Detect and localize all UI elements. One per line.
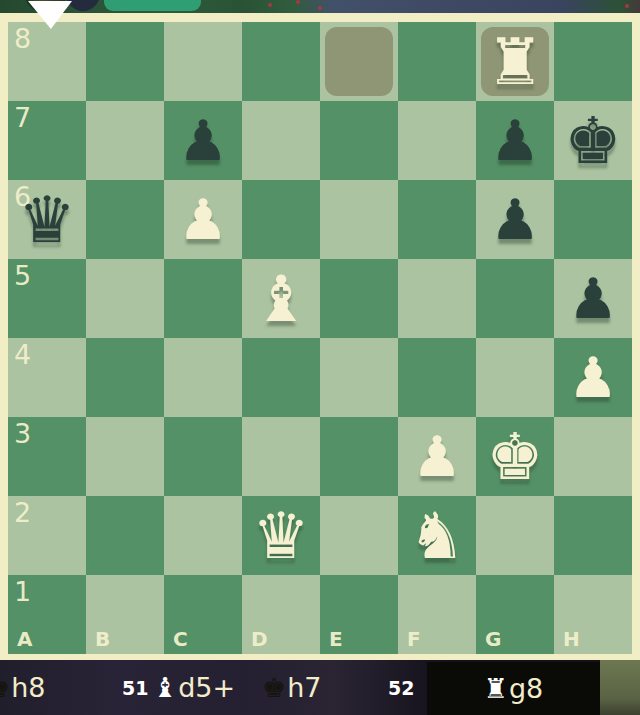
black-pawn[interactable]: ♟ xyxy=(476,180,554,259)
file-label-c: C xyxy=(173,629,188,649)
square-d5[interactable]: ♝ xyxy=(242,259,320,338)
file-label-h: H xyxy=(563,629,580,649)
square-c6[interactable]: ♟ xyxy=(164,180,242,259)
rank-label-1: 1 xyxy=(14,578,31,605)
square-g6[interactable]: ♟ xyxy=(476,180,554,259)
black-pawn[interactable]: ♟ xyxy=(554,259,632,338)
file-label-d: D xyxy=(251,629,268,649)
square-a7[interactable]: 7 xyxy=(8,101,86,180)
square-g8[interactable]: ♜ xyxy=(476,22,554,101)
square-b6[interactable] xyxy=(86,180,164,259)
rank-label-3: 3 xyxy=(14,420,31,447)
backdrop-photo-strip xyxy=(0,0,640,13)
square-e1[interactable]: E xyxy=(320,575,398,654)
square-c5[interactable] xyxy=(164,259,242,338)
square-f6[interactable] xyxy=(398,180,476,259)
move-text: h8 xyxy=(11,672,45,703)
white-rook[interactable]: ♜ xyxy=(476,22,554,101)
square-f7[interactable] xyxy=(398,101,476,180)
black-pawn[interactable]: ♟ xyxy=(164,101,242,180)
move-number-text: 51 xyxy=(122,677,148,699)
move-number-52: 52 xyxy=(388,660,414,715)
move-text: h7 xyxy=(287,672,321,703)
square-a6[interactable]: 6♛ xyxy=(8,180,86,259)
square-a4[interactable]: 4 xyxy=(8,338,86,417)
square-g3[interactable]: ♚ xyxy=(476,417,554,496)
square-g2[interactable] xyxy=(476,496,554,575)
square-a3[interactable]: 3 xyxy=(8,417,86,496)
square-f3[interactable]: ♟ xyxy=(398,417,476,496)
flower-speck xyxy=(268,3,272,7)
square-c3[interactable] xyxy=(164,417,242,496)
square-c7[interactable]: ♟ xyxy=(164,101,242,180)
white-pawn[interactable]: ♟ xyxy=(164,180,242,259)
move-list-bar[interactable]: ♚h851♝d5+♚h752♜g8 xyxy=(0,660,640,715)
move-entry-h7[interactable]: ♚h7 xyxy=(262,660,322,715)
file-label-g: G xyxy=(485,629,501,649)
square-h2[interactable] xyxy=(554,496,632,575)
square-g4[interactable] xyxy=(476,338,554,417)
square-b8[interactable] xyxy=(86,22,164,101)
black-king-icon: ♚ xyxy=(0,674,10,701)
flower-speck xyxy=(296,0,300,4)
square-d3[interactable] xyxy=(242,417,320,496)
black-king[interactable]: ♚ xyxy=(554,101,632,180)
white-queen[interactable]: ♛ xyxy=(242,496,320,575)
square-g1[interactable]: G xyxy=(476,575,554,654)
square-f4[interactable] xyxy=(398,338,476,417)
square-b3[interactable] xyxy=(86,417,164,496)
square-f5[interactable] xyxy=(398,259,476,338)
square-h3[interactable] xyxy=(554,417,632,496)
square-h7[interactable]: ♚ xyxy=(554,101,632,180)
rank-label-4: 4 xyxy=(14,341,31,368)
square-d7[interactable] xyxy=(242,101,320,180)
black-king-icon: ♚ xyxy=(262,674,286,701)
backdrop-photo-patch xyxy=(600,660,640,715)
white-pawn[interactable]: ♟ xyxy=(398,417,476,496)
white-bishop[interactable]: ♝ xyxy=(242,259,320,338)
square-b2[interactable] xyxy=(86,496,164,575)
square-g5[interactable] xyxy=(476,259,554,338)
file-label-e: E xyxy=(329,629,343,649)
black-queen[interactable]: ♛ xyxy=(8,180,86,259)
square-b7[interactable] xyxy=(86,101,164,180)
square-e7[interactable] xyxy=(320,101,398,180)
white-king[interactable]: ♚ xyxy=(476,417,554,496)
square-b1[interactable]: B xyxy=(86,575,164,654)
rank-label-7: 7 xyxy=(14,104,31,131)
rank-label-8: 8 xyxy=(14,25,31,52)
white-bishop-icon: ♝ xyxy=(153,674,177,701)
square-d8[interactable] xyxy=(242,22,320,101)
square-c1[interactable]: C xyxy=(164,575,242,654)
square-a1[interactable]: 1A xyxy=(8,575,86,654)
square-h4[interactable]: ♟ xyxy=(554,338,632,417)
square-h1[interactable]: H xyxy=(554,575,632,654)
square-c8[interactable] xyxy=(164,22,242,101)
square-a8[interactable]: 8 xyxy=(8,22,86,101)
flower-speck xyxy=(625,4,629,8)
square-d2[interactable]: ♛ xyxy=(242,496,320,575)
black-pawn[interactable]: ♟ xyxy=(476,101,554,180)
square-e4[interactable] xyxy=(320,338,398,417)
last-move-highlight xyxy=(325,27,393,96)
square-b5[interactable] xyxy=(86,259,164,338)
square-h6[interactable] xyxy=(554,180,632,259)
square-h8[interactable] xyxy=(554,22,632,101)
square-f1[interactable]: F xyxy=(398,575,476,654)
square-h5[interactable]: ♟ xyxy=(554,259,632,338)
square-a5[interactable]: 5 xyxy=(8,259,86,338)
move-number-51: 51 xyxy=(122,660,148,715)
square-f8[interactable] xyxy=(398,22,476,101)
move-text: d5+ xyxy=(178,672,235,703)
square-d4[interactable] xyxy=(242,338,320,417)
board-frame: 8♜7♟♟♚6♛♟♟5♝♟4♟3♟♚2♛♞1ABCDEFGH xyxy=(0,13,640,660)
chess-board[interactable]: 8♜7♟♟♚6♛♟♟5♝♟4♟3♟♚2♛♞1ABCDEFGH xyxy=(8,22,632,654)
rank-label-2: 2 xyxy=(14,499,31,526)
square-e3[interactable] xyxy=(320,417,398,496)
square-e5[interactable] xyxy=(320,259,398,338)
square-e8[interactable] xyxy=(320,22,398,101)
square-f2[interactable]: ♞ xyxy=(398,496,476,575)
player-banner xyxy=(104,0,201,11)
square-c2[interactable] xyxy=(164,496,242,575)
move-number-text: 52 xyxy=(388,677,414,699)
square-e6[interactable] xyxy=(320,180,398,259)
square-d6[interactable] xyxy=(242,180,320,259)
file-label-b: B xyxy=(95,629,110,649)
square-g7[interactable]: ♟ xyxy=(476,101,554,180)
square-a2[interactable]: 2 xyxy=(8,496,86,575)
move-entry-h8[interactable]: ♚h8 xyxy=(0,660,46,715)
square-c4[interactable] xyxy=(164,338,242,417)
white-pawn[interactable]: ♟ xyxy=(554,338,632,417)
move-text: g8 xyxy=(509,673,543,704)
current-move-box[interactable]: ♜g8 xyxy=(427,662,600,715)
flower-speck xyxy=(318,6,322,10)
square-d1[interactable]: D xyxy=(242,575,320,654)
square-e2[interactable] xyxy=(320,496,398,575)
file-label-a: A xyxy=(17,629,32,649)
square-b4[interactable] xyxy=(86,338,164,417)
move-entry-d5[interactable]: ♝d5+ xyxy=(153,660,235,715)
rank-label-5: 5 xyxy=(14,262,31,289)
white-knight[interactable]: ♞ xyxy=(398,496,476,575)
white-rook-icon: ♜ xyxy=(484,675,508,702)
file-label-f: F xyxy=(407,629,421,649)
